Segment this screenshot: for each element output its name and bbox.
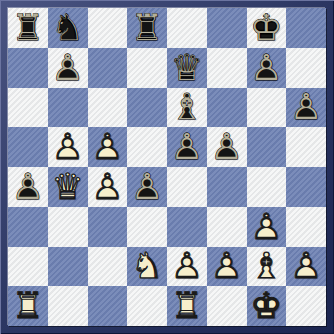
king-glyph: ♚ [247,286,287,326]
rook-glyph: ♜ [8,286,48,326]
square-f5[interactable]: ♟♙ [207,127,247,167]
white-pawn[interactable]: ♟♙ [48,127,88,167]
chess-board: ♜♖♞♘♜♖♚♔♟♙♛♕♟♙♝♗♟♙♟♙♟♙♟♙♟♙♟♙♛♕♟♙♟♙♟♙♞♘♟♙… [8,8,326,326]
square-b2[interactable] [48,247,88,287]
queen-glyph: ♛ [48,167,88,207]
black-pawn[interactable]: ♟♙ [207,127,247,167]
square-h3[interactable] [286,207,326,247]
square-h7[interactable] [286,48,326,88]
knight-detail-glyph: ♘ [48,8,88,48]
square-g2[interactable]: ♝♗ [247,247,287,287]
bishop-glyph: ♝ [167,88,207,128]
square-c7[interactable] [88,48,128,88]
pawn-glyph: ♟ [88,127,128,167]
square-a2[interactable] [8,247,48,287]
knight-detail-glyph: ♘ [127,247,167,287]
square-d2[interactable]: ♞♘ [127,247,167,287]
white-knight[interactable]: ♞♘ [127,247,167,287]
pawn-detail-glyph: ♙ [48,127,88,167]
board-frame: ♜♖♞♘♜♖♚♔♟♙♛♕♟♙♝♗♟♙♟♙♟♙♟♙♟♙♟♙♛♕♟♙♟♙♟♙♞♘♟♙… [0,0,334,334]
rook-glyph: ♜ [127,8,167,48]
square-d3[interactable] [127,207,167,247]
square-f1[interactable] [207,286,247,326]
white-rook[interactable]: ♜♖ [167,286,207,326]
square-c3[interactable] [88,207,128,247]
square-c4[interactable]: ♟♙ [88,167,128,207]
square-b6[interactable] [48,88,88,128]
square-e6[interactable]: ♝♗ [167,88,207,128]
white-king[interactable]: ♚♔ [247,286,287,326]
square-b3[interactable] [48,207,88,247]
square-d5[interactable] [127,127,167,167]
king-glyph: ♚ [247,8,287,48]
pawn-glyph: ♟ [88,167,128,207]
square-h8[interactable] [286,8,326,48]
pawn-detail-glyph: ♙ [167,247,207,287]
square-d1[interactable] [127,286,167,326]
square-e4[interactable] [167,167,207,207]
square-g4[interactable] [247,167,287,207]
black-pawn[interactable]: ♟♙ [8,167,48,207]
pawn-glyph: ♟ [48,127,88,167]
white-pawn[interactable]: ♟♙ [286,247,326,287]
black-rook[interactable]: ♜♖ [127,8,167,48]
square-g3[interactable]: ♟♙ [247,207,287,247]
square-f8[interactable] [207,8,247,48]
square-h4[interactable] [286,167,326,207]
square-f4[interactable] [207,167,247,207]
square-f7[interactable] [207,48,247,88]
rook-detail-glyph: ♖ [127,8,167,48]
pawn-detail-glyph: ♙ [167,127,207,167]
pawn-glyph: ♟ [286,88,326,128]
square-a8[interactable]: ♜♖ [8,8,48,48]
square-e5[interactable]: ♟♙ [167,127,207,167]
rook-glyph: ♜ [167,286,207,326]
square-b5[interactable]: ♟♙ [48,127,88,167]
black-rook[interactable]: ♜♖ [8,8,48,48]
pawn-glyph: ♟ [286,247,326,287]
white-pawn[interactable]: ♟♙ [88,127,128,167]
square-f2[interactable]: ♟♙ [207,247,247,287]
bishop-glyph: ♝ [247,247,287,287]
square-d4[interactable]: ♟♙ [127,167,167,207]
square-h6[interactable]: ♟♙ [286,88,326,128]
square-g1[interactable]: ♚♔ [247,286,287,326]
square-c2[interactable] [88,247,128,287]
black-pawn[interactable]: ♟♙ [127,167,167,207]
bishop-detail-glyph: ♗ [167,88,207,128]
square-a6[interactable] [8,88,48,128]
white-rook[interactable]: ♜♖ [8,286,48,326]
pawn-glyph: ♟ [127,167,167,207]
rook-detail-glyph: ♖ [8,286,48,326]
square-b8[interactable]: ♞♘ [48,8,88,48]
square-f3[interactable] [207,207,247,247]
queen-detail-glyph: ♕ [48,167,88,207]
square-e8[interactable] [167,8,207,48]
pawn-glyph: ♟ [247,207,287,247]
square-c6[interactable] [88,88,128,128]
square-c1[interactable] [88,286,128,326]
white-pawn[interactable]: ♟♙ [167,247,207,287]
pawn-detail-glyph: ♙ [286,88,326,128]
square-h5[interactable] [286,127,326,167]
black-queen[interactable]: ♛♕ [167,48,207,88]
square-e1[interactable]: ♜♖ [167,286,207,326]
square-g8[interactable]: ♚♔ [247,8,287,48]
pawn-detail-glyph: ♙ [207,127,247,167]
rook-glyph: ♜ [8,8,48,48]
square-c8[interactable] [88,8,128,48]
bishop-detail-glyph: ♗ [247,247,287,287]
square-h1[interactable] [286,286,326,326]
square-d7[interactable] [127,48,167,88]
king-detail-glyph: ♔ [247,286,287,326]
pawn-detail-glyph: ♙ [48,48,88,88]
square-b1[interactable] [48,286,88,326]
black-pawn[interactable]: ♟♙ [167,127,207,167]
square-b7[interactable]: ♟♙ [48,48,88,88]
square-e7[interactable]: ♛♕ [167,48,207,88]
square-h2[interactable]: ♟♙ [286,247,326,287]
knight-glyph: ♞ [48,8,88,48]
black-knight[interactable]: ♞♘ [48,8,88,48]
square-g7[interactable]: ♟♙ [247,48,287,88]
white-pawn[interactable]: ♟♙ [88,167,128,207]
white-bishop[interactable]: ♝♗ [247,247,287,287]
black-bishop[interactable]: ♝♗ [167,88,207,128]
pawn-glyph: ♟ [207,247,247,287]
square-g5[interactable] [247,127,287,167]
white-queen[interactable]: ♛♕ [48,167,88,207]
black-pawn[interactable]: ♟♙ [286,88,326,128]
pawn-detail-glyph: ♙ [88,127,128,167]
pawn-detail-glyph: ♙ [207,247,247,287]
black-pawn[interactable]: ♟♙ [247,48,287,88]
square-f6[interactable] [207,88,247,128]
pawn-detail-glyph: ♙ [247,48,287,88]
square-a3[interactable] [8,207,48,247]
pawn-glyph: ♟ [48,48,88,88]
rook-detail-glyph: ♖ [8,8,48,48]
pawn-glyph: ♟ [207,127,247,167]
square-e3[interactable] [167,207,207,247]
square-e2[interactable]: ♟♙ [167,247,207,287]
square-d6[interactable] [127,88,167,128]
pawn-glyph: ♟ [167,127,207,167]
white-pawn[interactable]: ♟♙ [247,207,287,247]
square-a5[interactable] [8,127,48,167]
white-pawn[interactable]: ♟♙ [207,247,247,287]
black-pawn[interactable]: ♟♙ [48,48,88,88]
square-d8[interactable]: ♜♖ [127,8,167,48]
knight-glyph: ♞ [127,247,167,287]
square-a7[interactable] [8,48,48,88]
pawn-detail-glyph: ♙ [88,167,128,207]
pawn-glyph: ♟ [8,167,48,207]
pawn-detail-glyph: ♙ [247,207,287,247]
queen-detail-glyph: ♕ [167,48,207,88]
black-king[interactable]: ♚♔ [247,8,287,48]
square-c5[interactable]: ♟♙ [88,127,128,167]
pawn-glyph: ♟ [247,48,287,88]
square-a1[interactable]: ♜♖ [8,286,48,326]
pawn-detail-glyph: ♙ [8,167,48,207]
square-a4[interactable]: ♟♙ [8,167,48,207]
king-detail-glyph: ♔ [247,8,287,48]
square-g6[interactable] [247,88,287,128]
square-b4[interactable]: ♛♕ [48,167,88,207]
pawn-detail-glyph: ♙ [286,247,326,287]
pawn-glyph: ♟ [167,247,207,287]
pawn-detail-glyph: ♙ [127,167,167,207]
queen-glyph: ♛ [167,48,207,88]
rook-detail-glyph: ♖ [167,286,207,326]
